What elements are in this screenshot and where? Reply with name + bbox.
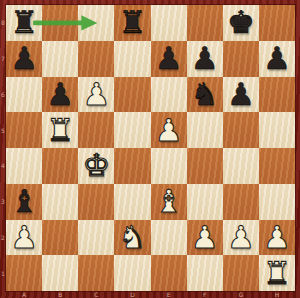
square-a6[interactable] xyxy=(6,77,42,113)
chess-board: ♜♜♚♟♟♟♟♟♟♞♟♜♟♚♝♝♟♞♟♟♟♜ xyxy=(6,5,295,291)
square-b8[interactable] xyxy=(42,5,78,41)
square-a7[interactable]: ♟ xyxy=(6,41,42,77)
square-b6[interactable]: ♟ xyxy=(42,77,78,113)
square-h6[interactable] xyxy=(259,77,295,113)
square-h1[interactable]: ♜ xyxy=(259,255,295,291)
piece-white-bishop[interactable]: ♝ xyxy=(155,186,183,217)
piece-white-knight[interactable]: ♞ xyxy=(119,222,147,253)
file-label-g: G xyxy=(236,291,246,298)
square-f4[interactable] xyxy=(187,148,223,184)
square-b7[interactable] xyxy=(42,41,78,77)
square-f3[interactable] xyxy=(187,184,223,220)
square-d5[interactable] xyxy=(114,112,150,148)
piece-white-king[interactable]: ♚ xyxy=(82,150,110,181)
square-c6[interactable]: ♟ xyxy=(78,77,114,113)
square-f6[interactable]: ♞ xyxy=(187,77,223,113)
square-a3[interactable]: ♝ xyxy=(6,184,42,220)
square-d8[interactable]: ♜ xyxy=(114,5,150,41)
square-b5[interactable]: ♜ xyxy=(42,112,78,148)
square-e4[interactable] xyxy=(151,148,187,184)
square-b2[interactable] xyxy=(42,220,78,256)
square-g4[interactable] xyxy=(223,148,259,184)
square-b3[interactable] xyxy=(42,184,78,220)
piece-white-pawn[interactable]: ♟ xyxy=(263,222,291,253)
rank-label-4: 4 xyxy=(0,162,6,169)
square-g7[interactable] xyxy=(223,41,259,77)
square-c3[interactable] xyxy=(78,184,114,220)
square-g6[interactable]: ♟ xyxy=(223,77,259,113)
piece-white-pawn[interactable]: ♟ xyxy=(227,222,255,253)
square-c8[interactable] xyxy=(78,5,114,41)
square-a8[interactable]: ♜ xyxy=(6,5,42,41)
square-g1[interactable] xyxy=(223,255,259,291)
square-g5[interactable] xyxy=(223,112,259,148)
piece-white-pawn[interactable]: ♟ xyxy=(191,222,219,253)
piece-white-rook[interactable]: ♜ xyxy=(263,258,291,289)
square-e7[interactable]: ♟ xyxy=(151,41,187,77)
piece-black-pawn[interactable]: ♟ xyxy=(263,43,291,74)
square-e5[interactable]: ♟ xyxy=(151,112,187,148)
square-a5[interactable] xyxy=(6,112,42,148)
square-e2[interactable] xyxy=(151,220,187,256)
file-label-c: C xyxy=(91,291,101,298)
piece-black-king[interactable]: ♚ xyxy=(227,7,255,38)
square-h7[interactable]: ♟ xyxy=(259,41,295,77)
square-f1[interactable] xyxy=(187,255,223,291)
square-c7[interactable] xyxy=(78,41,114,77)
square-h4[interactable] xyxy=(259,148,295,184)
square-d4[interactable] xyxy=(114,148,150,184)
piece-black-knight[interactable]: ♞ xyxy=(191,79,219,110)
file-label-e: E xyxy=(164,291,174,298)
square-c1[interactable] xyxy=(78,255,114,291)
square-d3[interactable] xyxy=(114,184,150,220)
file-label-b: B xyxy=(55,291,65,298)
square-b4[interactable] xyxy=(42,148,78,184)
square-c5[interactable] xyxy=(78,112,114,148)
square-h8[interactable] xyxy=(259,5,295,41)
square-d7[interactable] xyxy=(114,41,150,77)
rank-label-6: 6 xyxy=(0,91,6,98)
rank-label-5: 5 xyxy=(0,127,6,134)
square-d6[interactable] xyxy=(114,77,150,113)
square-e1[interactable] xyxy=(151,255,187,291)
square-f7[interactable]: ♟ xyxy=(187,41,223,77)
square-g3[interactable] xyxy=(223,184,259,220)
square-d2[interactable]: ♞ xyxy=(114,220,150,256)
rank-label-1: 1 xyxy=(0,270,6,277)
piece-black-pawn[interactable]: ♟ xyxy=(46,79,74,110)
piece-black-rook[interactable]: ♜ xyxy=(10,7,38,38)
piece-white-rook[interactable]: ♜ xyxy=(46,115,74,146)
piece-black-bishop[interactable]: ♝ xyxy=(10,186,38,217)
piece-black-pawn[interactable]: ♟ xyxy=(191,43,219,74)
piece-black-pawn[interactable]: ♟ xyxy=(155,43,183,74)
file-label-h: H xyxy=(272,291,282,298)
chess-board-frame: ♜♜♚♟♟♟♟♟♟♞♟♜♟♚♝♝♟♞♟♟♟♜ 87654321ABCDEFGH xyxy=(0,0,300,298)
square-h2[interactable]: ♟ xyxy=(259,220,295,256)
rank-label-3: 3 xyxy=(0,198,6,205)
square-b1[interactable] xyxy=(42,255,78,291)
piece-black-rook[interactable]: ♜ xyxy=(119,7,147,38)
piece-white-pawn[interactable]: ♟ xyxy=(82,79,110,110)
square-f2[interactable]: ♟ xyxy=(187,220,223,256)
square-e8[interactable] xyxy=(151,5,187,41)
square-h3[interactable] xyxy=(259,184,295,220)
square-e3[interactable]: ♝ xyxy=(151,184,187,220)
square-a4[interactable] xyxy=(6,148,42,184)
piece-white-pawn[interactable]: ♟ xyxy=(10,222,38,253)
square-c4[interactable]: ♚ xyxy=(78,148,114,184)
square-h5[interactable] xyxy=(259,112,295,148)
rank-label-8: 8 xyxy=(0,19,6,26)
square-f5[interactable] xyxy=(187,112,223,148)
piece-black-pawn[interactable]: ♟ xyxy=(227,79,255,110)
square-g8[interactable]: ♚ xyxy=(223,5,259,41)
square-f8[interactable] xyxy=(187,5,223,41)
square-c2[interactable] xyxy=(78,220,114,256)
square-a1[interactable] xyxy=(6,255,42,291)
rank-label-7: 7 xyxy=(0,55,6,62)
piece-black-pawn[interactable]: ♟ xyxy=(10,43,38,74)
square-g2[interactable]: ♟ xyxy=(223,220,259,256)
file-label-d: D xyxy=(127,291,137,298)
square-e6[interactable] xyxy=(151,77,187,113)
square-d1[interactable] xyxy=(114,255,150,291)
piece-white-pawn[interactable]: ♟ xyxy=(155,115,183,146)
file-label-f: F xyxy=(200,291,210,298)
square-a2[interactable]: ♟ xyxy=(6,220,42,256)
rank-label-2: 2 xyxy=(0,234,6,241)
file-label-a: A xyxy=(19,291,29,298)
